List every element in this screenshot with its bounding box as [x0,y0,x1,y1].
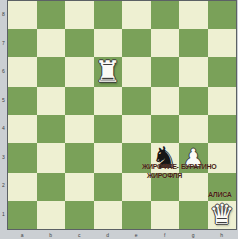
square-d1[interactable] [94,201,123,229]
pawn-name-label: БУРАТИНО [181,163,216,170]
square-e1[interactable] [122,201,151,229]
square-d7[interactable] [94,29,123,57]
square-h4[interactable] [208,115,237,143]
square-d5[interactable] [94,87,123,115]
rank-label-1: 1 [0,211,7,217]
file-label-d: d [94,232,123,238]
file-label-g: g [179,232,208,238]
square-d8[interactable] [94,1,123,29]
square-h8[interactable] [208,1,237,29]
white-queen[interactable]: ♛ [209,201,234,229]
square-d6[interactable]: ♜ [94,57,123,87]
square-c7[interactable] [65,29,94,57]
square-e8[interactable] [122,1,151,29]
square-g6[interactable] [179,57,208,87]
square-a5[interactable] [8,87,37,115]
square-h1[interactable]: ♛ [208,201,237,229]
square-h7[interactable] [208,29,237,57]
square-f4[interactable] [151,115,180,143]
rank-label-5: 5 [0,97,7,103]
square-f1[interactable] [151,201,180,229]
chess-board: ♜♞♟♛ [7,0,237,230]
rank-label-7: 7 [0,40,7,46]
file-label-a: a [8,232,37,238]
queen-name-label: АЛИСА [208,191,232,198]
square-d3[interactable] [94,143,123,173]
square-a3[interactable] [8,143,37,173]
square-h5[interactable] [208,87,237,115]
file-label-e: e [122,232,151,238]
square-a7[interactable] [8,29,37,57]
square-a4[interactable] [8,115,37,143]
square-a2[interactable] [8,173,37,201]
square-g5[interactable] [179,87,208,115]
square-c5[interactable] [65,87,94,115]
square-e4[interactable] [122,115,151,143]
rank-label-4: 4 [0,125,7,131]
square-b1[interactable] [37,201,66,229]
square-d4[interactable] [94,115,123,143]
file-label-c: c [65,232,94,238]
square-c3[interactable] [65,143,94,173]
knight-name-label-line2: ЖИРОФЛЯ [147,172,182,179]
square-a1[interactable] [8,201,37,229]
square-e5[interactable] [122,87,151,115]
square-g4[interactable] [179,115,208,143]
square-g7[interactable] [179,29,208,57]
square-f5[interactable] [151,87,180,115]
file-label-b: b [37,232,66,238]
square-d2[interactable] [94,173,123,201]
rank-label-8: 8 [0,11,7,17]
square-b3[interactable] [37,143,66,173]
square-b8[interactable] [37,1,66,29]
file-label-h: h [208,232,237,238]
square-g8[interactable] [179,1,208,29]
rank-label-6: 6 [0,68,7,74]
rank-label-2: 2 [0,182,7,188]
file-label-f: f [151,232,180,238]
rank-label-3: 3 [0,154,7,160]
square-h6[interactable] [208,57,237,87]
square-c6[interactable] [65,57,94,87]
square-c1[interactable] [65,201,94,229]
chess-diagram: ♜♞♟♛ 87654321abcdefgh ЖИРОФЛЕ- БУРАТИНО … [0,0,238,239]
knight-name-label-line1: ЖИРОФЛЕ- [142,163,179,170]
square-b6[interactable] [37,57,66,87]
white-rook[interactable]: ♜ [94,57,121,87]
square-a6[interactable] [8,57,37,87]
square-b4[interactable] [37,115,66,143]
square-f8[interactable] [151,1,180,29]
square-c2[interactable] [65,173,94,201]
square-e7[interactable] [122,29,151,57]
square-a8[interactable] [8,1,37,29]
square-c8[interactable] [65,1,94,29]
square-b2[interactable] [37,173,66,201]
square-b7[interactable] [37,29,66,57]
square-c4[interactable] [65,115,94,143]
square-e6[interactable] [122,57,151,87]
square-f6[interactable] [151,57,180,87]
square-g1[interactable] [179,201,208,229]
square-b5[interactable] [37,87,66,115]
square-g2[interactable] [179,173,208,201]
square-f7[interactable] [151,29,180,57]
